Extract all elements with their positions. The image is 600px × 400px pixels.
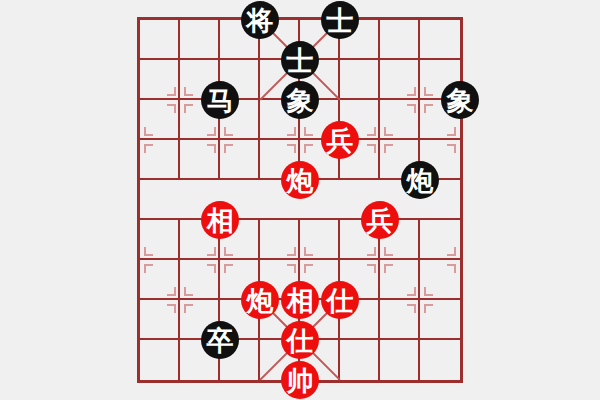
marker-corner	[367, 264, 376, 273]
board-cell	[140, 340, 180, 380]
marker-corner	[207, 264, 216, 273]
piece-red-advisor[interactable]: 仕	[281, 321, 319, 359]
star-point-marker	[447, 127, 473, 153]
marker-corner	[287, 144, 296, 153]
marker-corner	[207, 127, 216, 136]
piece-black-general[interactable]: 将	[241, 1, 279, 39]
piece-black-elephant[interactable]: 象	[441, 81, 479, 119]
board-cell	[140, 20, 180, 60]
board-cell	[380, 340, 420, 380]
star-point-marker	[287, 247, 313, 273]
marker-corner	[224, 247, 233, 256]
marker-corner	[384, 144, 393, 153]
marker-corner	[424, 304, 433, 313]
star-point-marker	[367, 247, 393, 273]
star-point-marker	[127, 127, 153, 153]
marker-corner	[287, 264, 296, 273]
marker-corner	[287, 247, 296, 256]
star-point-marker	[207, 127, 233, 153]
piece-black-advisor[interactable]: 士	[281, 41, 319, 79]
marker-corner	[384, 127, 393, 136]
marker-corner	[224, 144, 233, 153]
marker-corner	[207, 144, 216, 153]
marker-corner	[304, 247, 313, 256]
star-point-marker	[127, 247, 153, 273]
marker-corner	[304, 127, 313, 136]
piece-red-cannon[interactable]: 炮	[241, 281, 279, 319]
board-cell	[340, 340, 380, 380]
piece-red-general[interactable]: 帅	[281, 361, 319, 399]
marker-corner	[167, 287, 176, 296]
marker-corner	[424, 287, 433, 296]
board-cell	[420, 340, 460, 380]
marker-corner	[304, 144, 313, 153]
piece-black-soldier[interactable]: 卒	[201, 321, 239, 359]
star-point-marker	[287, 127, 313, 153]
app-background: 将士士马象象兵炮炮相兵炮相仕卒仕帅	[0, 0, 600, 400]
marker-corner	[184, 287, 193, 296]
marker-corner	[144, 144, 153, 153]
star-point-marker	[167, 87, 193, 113]
marker-corner	[224, 127, 233, 136]
piece-red-elephant[interactable]: 相	[201, 201, 239, 239]
marker-corner	[447, 247, 456, 256]
piece-black-cannon[interactable]: 炮	[401, 161, 439, 199]
marker-corner	[424, 87, 433, 96]
piece-black-elephant[interactable]: 象	[281, 81, 319, 119]
marker-corner	[407, 104, 416, 113]
marker-corner	[167, 87, 176, 96]
marker-corner	[384, 264, 393, 273]
marker-corner	[144, 247, 153, 256]
marker-corner	[167, 304, 176, 313]
star-point-marker	[167, 287, 193, 313]
marker-corner	[447, 264, 456, 273]
star-point-marker	[367, 127, 393, 153]
board-cell	[180, 20, 220, 60]
star-point-marker	[207, 247, 233, 273]
star-point-marker	[407, 287, 433, 313]
star-point-marker	[447, 247, 473, 273]
piece-red-elephant[interactable]: 相	[281, 281, 319, 319]
star-point-marker	[407, 87, 433, 113]
marker-corner	[184, 87, 193, 96]
board-cell	[340, 60, 380, 100]
marker-corner	[447, 144, 456, 153]
board-cell	[420, 20, 460, 60]
piece-red-soldier[interactable]: 兵	[361, 201, 399, 239]
marker-corner	[407, 87, 416, 96]
marker-corner	[144, 264, 153, 273]
marker-corner	[224, 264, 233, 273]
marker-corner	[304, 264, 313, 273]
marker-corner	[384, 247, 393, 256]
marker-corner	[407, 304, 416, 313]
board-cell	[380, 20, 420, 60]
marker-corner	[184, 104, 193, 113]
piece-black-advisor[interactable]: 士	[321, 1, 359, 39]
piece-red-cannon[interactable]: 炮	[281, 161, 319, 199]
piece-red-soldier[interactable]: 兵	[321, 121, 359, 159]
piece-black-horse[interactable]: 马	[201, 81, 239, 119]
marker-corner	[287, 127, 296, 136]
marker-corner	[144, 127, 153, 136]
marker-corner	[184, 304, 193, 313]
marker-corner	[367, 247, 376, 256]
marker-corner	[367, 144, 376, 153]
marker-corner	[167, 104, 176, 113]
marker-corner	[447, 127, 456, 136]
marker-corner	[367, 127, 376, 136]
board-cell	[140, 180, 180, 220]
marker-corner	[407, 287, 416, 296]
xiangqi-board[interactable]: 将士士马象象兵炮炮相兵炮相仕卒仕帅	[137, 17, 463, 383]
marker-corner	[424, 104, 433, 113]
piece-red-advisor[interactable]: 仕	[321, 281, 359, 319]
marker-corner	[207, 247, 216, 256]
